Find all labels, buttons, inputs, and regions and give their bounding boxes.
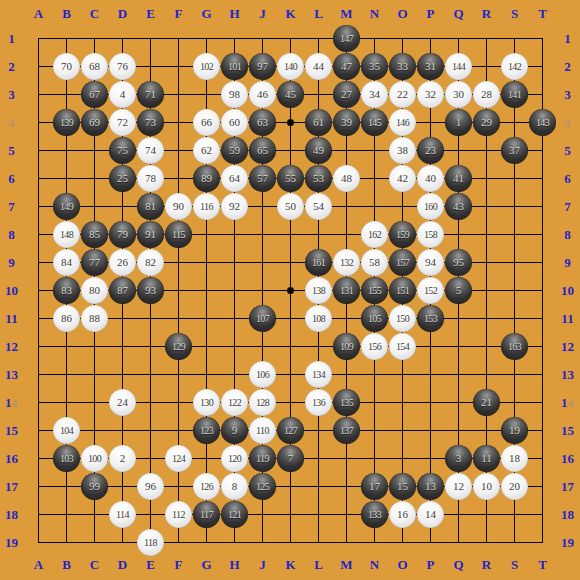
stone-black-19-S15: 19: [501, 417, 528, 444]
col-label-top-P: P: [421, 7, 441, 21]
stone-white-32-P3: 32: [417, 81, 444, 108]
stone-black-45-K3: 45: [277, 81, 304, 108]
stone-black-83-B10: 83: [53, 277, 80, 304]
row-label-right-9: 9: [556, 256, 579, 270]
stone-black-157-O9: 157: [389, 249, 416, 276]
stone-white-48-M6: 48: [333, 165, 360, 192]
stone-white-126-G17: 126: [193, 473, 220, 500]
stone-white-68-C2: 68: [81, 53, 108, 80]
row-label-left-3: 3: [0, 88, 23, 102]
stone-white-22-O3: 22: [389, 81, 416, 108]
row-label-left-9: 9: [0, 256, 23, 270]
col-label-bottom-S: S: [505, 558, 525, 572]
col-label-top-C: C: [85, 7, 105, 21]
col-label-bottom-Q: Q: [449, 558, 469, 572]
col-label-bottom-O: O: [393, 558, 413, 572]
stone-white-112-F18: 112: [165, 501, 192, 528]
stone-black-67-C3: 67: [81, 81, 108, 108]
stone-black-91-E8: 91: [137, 221, 164, 248]
stone-black-65-J5: 65: [249, 137, 276, 164]
stone-black-15-O17: 15: [389, 473, 416, 500]
row-label-left-15: 15: [0, 424, 23, 438]
row-label-left-10: 10: [0, 284, 23, 298]
stone-black-107-J11: 107: [249, 305, 276, 332]
stone-white-136-L14: 136: [305, 389, 332, 416]
stone-black-23-P5: 23: [417, 137, 444, 164]
row-label-right-18: 18: [556, 508, 579, 522]
col-label-bottom-D: D: [113, 558, 133, 572]
stone-black-121-H18: 121: [221, 501, 248, 528]
row-label-right-15: 15: [556, 424, 579, 438]
stone-black-25-D6: 25: [109, 165, 136, 192]
stone-white-138-L10: 138: [305, 277, 332, 304]
row-label-right-14: 14: [556, 396, 579, 410]
stone-white-34-N3: 34: [361, 81, 388, 108]
row-label-left-19: 19: [0, 536, 23, 550]
col-label-bottom-A: A: [29, 558, 49, 572]
stone-black-159-O8: 159: [389, 221, 416, 248]
go-kifu-diagram: AABBCCDDEEFFGGHHJJKKLLMMNNOOPPQQRRSSTT11…: [0, 0, 580, 580]
stone-white-156-N12: 156: [361, 333, 388, 360]
row-label-right-7: 7: [556, 200, 579, 214]
stone-white-146-O4: 146: [389, 109, 416, 136]
stone-black-77-C9: 77: [81, 249, 108, 276]
stone-black-9-H15: 9: [221, 417, 248, 444]
col-label-top-E: E: [141, 7, 161, 21]
stone-white-38-O5: 38: [389, 137, 416, 164]
stone-black-17-N17: 17: [361, 473, 388, 500]
stone-white-142-S2: 142: [501, 53, 528, 80]
row-label-left-7: 7: [0, 200, 23, 214]
stone-white-132-M9: 132: [333, 249, 360, 276]
stone-white-58-N9: 58: [361, 249, 388, 276]
stone-black-101-H2: 101: [221, 53, 248, 80]
stone-black-3-Q16: 3: [445, 445, 472, 472]
stone-black-79-D8: 79: [109, 221, 136, 248]
stone-white-14-P18: 14: [417, 501, 444, 528]
stone-white-160-P7: 160: [417, 193, 444, 220]
stone-white-84-B9: 84: [53, 249, 80, 276]
grid-line-horizontal: [38, 542, 543, 543]
stone-black-149-B7: 149: [53, 193, 80, 220]
stone-black-71-E3: 71: [137, 81, 164, 108]
stone-white-10-R17: 10: [473, 473, 500, 500]
stone-black-115-F8: 115: [165, 221, 192, 248]
row-label-right-13: 13: [556, 368, 579, 382]
stone-black-55-K6: 55: [277, 165, 304, 192]
stone-white-104-B15: 104: [53, 417, 80, 444]
stone-white-30-Q3: 30: [445, 81, 472, 108]
row-label-left-6: 6: [0, 172, 23, 186]
stone-black-59-H5: 59: [221, 137, 248, 164]
stone-white-106-J13: 106: [249, 361, 276, 388]
stone-black-89-G6: 89: [193, 165, 220, 192]
row-label-left-11: 11: [0, 312, 23, 326]
stone-white-92-H7: 92: [221, 193, 248, 220]
stone-black-131-M10: 131: [333, 277, 360, 304]
stone-black-95-Q9: 95: [445, 249, 472, 276]
col-label-bottom-T: T: [533, 558, 553, 572]
stone-white-90-F7: 90: [165, 193, 192, 220]
stone-white-108-L11: 108: [305, 305, 332, 332]
stone-black-99-C17: 99: [81, 473, 108, 500]
stone-black-137-M15: 137: [333, 417, 360, 444]
grid-line-horizontal: [38, 346, 543, 347]
stone-white-62-G5: 62: [193, 137, 220, 164]
stone-white-44-L2: 44: [305, 53, 332, 80]
col-label-top-N: N: [365, 7, 385, 21]
stone-white-118-E19: 118: [137, 529, 164, 556]
row-label-right-8: 8: [556, 228, 579, 242]
col-label-top-D: D: [113, 7, 133, 21]
stone-white-54-L7: 54: [305, 193, 332, 220]
stone-black-97-J2: 97: [249, 53, 276, 80]
stone-white-148-B8: 148: [53, 221, 80, 248]
col-label-top-S: S: [505, 7, 525, 21]
stone-black-27-M3: 27: [333, 81, 360, 108]
stone-white-144-Q2: 144: [445, 53, 472, 80]
row-label-right-6: 6: [556, 172, 579, 186]
stone-white-72-D4: 72: [109, 109, 136, 136]
col-label-bottom-M: M: [337, 558, 357, 572]
stone-black-43-Q7: 43: [445, 193, 472, 220]
row-label-right-2: 2: [556, 60, 579, 74]
col-label-bottom-K: K: [281, 558, 301, 572]
stone-white-134-L13: 134: [305, 361, 332, 388]
stone-white-110-J15: 110: [249, 417, 276, 444]
stone-black-163-S12: 163: [501, 333, 528, 360]
stone-white-2-D16: 2: [109, 445, 136, 472]
stone-white-150-O11: 150: [389, 305, 416, 332]
col-label-top-B: B: [57, 7, 77, 21]
row-label-left-14: 14: [0, 396, 23, 410]
col-label-top-R: R: [477, 7, 497, 21]
stone-white-82-E9: 82: [137, 249, 164, 276]
stone-white-120-H16: 120: [221, 445, 248, 472]
col-label-bottom-F: F: [169, 558, 189, 572]
stone-black-155-N10: 155: [361, 277, 388, 304]
stone-black-73-E4: 73: [137, 109, 164, 136]
col-label-top-H: H: [225, 7, 245, 21]
stone-white-124-F16: 124: [165, 445, 192, 472]
stone-white-24-D14: 24: [109, 389, 136, 416]
stone-white-20-S17: 20: [501, 473, 528, 500]
col-label-bottom-L: L: [309, 558, 329, 572]
stone-black-35-N2: 35: [361, 53, 388, 80]
stone-black-53-L6: 53: [305, 165, 332, 192]
stone-white-16-O18: 16: [389, 501, 416, 528]
row-label-left-16: 16: [0, 452, 23, 466]
stone-black-49-L5: 49: [305, 137, 332, 164]
stone-black-33-O2: 33: [389, 53, 416, 80]
row-label-left-5: 5: [0, 144, 23, 158]
stone-white-88-C11: 88: [81, 305, 108, 332]
stone-black-147-M1: 147: [333, 25, 360, 52]
stone-black-1-Q4: 1: [445, 109, 472, 136]
stone-black-5-Q10: 5: [445, 277, 472, 304]
stone-black-29-R4: 29: [473, 109, 500, 136]
star-point-K4: [287, 119, 294, 126]
col-label-bottom-R: R: [477, 558, 497, 572]
stone-black-103-B16: 103: [53, 445, 80, 472]
stone-white-60-H4: 60: [221, 109, 248, 136]
stone-white-42-O6: 42: [389, 165, 416, 192]
stone-white-102-G2: 102: [193, 53, 220, 80]
col-label-bottom-P: P: [421, 558, 441, 572]
col-label-bottom-C: C: [85, 558, 105, 572]
stone-white-96-E17: 96: [137, 473, 164, 500]
row-label-right-17: 17: [556, 480, 579, 494]
stone-black-41-Q6: 41: [445, 165, 472, 192]
stone-black-135-M14: 135: [333, 389, 360, 416]
stone-white-154-O12: 154: [389, 333, 416, 360]
stone-white-86-B11: 86: [53, 305, 80, 332]
stone-black-75-D5: 75: [109, 137, 136, 164]
stone-white-70-B2: 70: [53, 53, 80, 80]
stone-white-122-H14: 122: [221, 389, 248, 416]
stone-white-128-J14: 128: [249, 389, 276, 416]
stone-black-105-N11: 105: [361, 305, 388, 332]
stone-black-93-E10: 93: [137, 277, 164, 304]
col-label-top-O: O: [393, 7, 413, 21]
row-label-left-4: 4: [0, 116, 23, 130]
row-label-right-1: 1: [556, 32, 579, 46]
stone-white-98-H3: 98: [221, 81, 248, 108]
row-label-left-17: 17: [0, 480, 23, 494]
stone-white-66-G4: 66: [193, 109, 220, 136]
stone-white-94-P9: 94: [417, 249, 444, 276]
col-label-top-L: L: [309, 7, 329, 21]
stone-black-61-L4: 61: [305, 109, 332, 136]
row-label-left-18: 18: [0, 508, 23, 522]
stone-black-119-J16: 119: [249, 445, 276, 472]
stone-white-80-C10: 80: [81, 277, 108, 304]
col-label-top-F: F: [169, 7, 189, 21]
stone-black-133-N18: 133: [361, 501, 388, 528]
stone-black-69-C4: 69: [81, 109, 108, 136]
stone-black-127-K15: 127: [277, 417, 304, 444]
stone-black-141-S3: 141: [501, 81, 528, 108]
col-label-bottom-N: N: [365, 558, 385, 572]
row-label-right-4: 4: [556, 116, 579, 130]
row-label-right-19: 19: [556, 536, 579, 550]
stone-black-81-E7: 81: [137, 193, 164, 220]
stone-black-125-J17: 125: [249, 473, 276, 500]
col-label-top-J: J: [253, 7, 273, 21]
stone-black-31-P2: 31: [417, 53, 444, 80]
stone-white-78-E6: 78: [137, 165, 164, 192]
col-label-bottom-E: E: [141, 558, 161, 572]
col-label-top-Q: Q: [449, 7, 469, 21]
stone-black-145-N4: 145: [361, 109, 388, 136]
col-label-bottom-J: J: [253, 558, 273, 572]
stone-black-143-T4: 143: [529, 109, 556, 136]
col-label-bottom-H: H: [225, 558, 245, 572]
stone-black-85-C8: 85: [81, 221, 108, 248]
stone-white-100-C16: 100: [81, 445, 108, 472]
stone-black-47-M2: 47: [333, 53, 360, 80]
col-label-bottom-G: G: [197, 558, 217, 572]
stone-black-11-R16: 11: [473, 445, 500, 472]
stone-black-39-M4: 39: [333, 109, 360, 136]
stone-white-40-P6: 40: [417, 165, 444, 192]
stone-black-87-D10: 87: [109, 277, 136, 304]
star-point-K10: [287, 287, 294, 294]
stone-black-13-P17: 13: [417, 473, 444, 500]
stone-white-140-K2: 140: [277, 53, 304, 80]
stone-white-50-K7: 50: [277, 193, 304, 220]
row-label-right-11: 11: [556, 312, 579, 326]
stone-black-109-M12: 109: [333, 333, 360, 360]
col-label-top-K: K: [281, 7, 301, 21]
row-label-right-12: 12: [556, 340, 579, 354]
row-label-left-8: 8: [0, 228, 23, 242]
stone-white-74-E5: 74: [137, 137, 164, 164]
stone-white-162-N8: 162: [361, 221, 388, 248]
stone-black-151-O10: 151: [389, 277, 416, 304]
row-label-right-16: 16: [556, 452, 579, 466]
stone-white-116-G7: 116: [193, 193, 220, 220]
col-label-top-T: T: [533, 7, 553, 21]
row-label-right-3: 3: [556, 88, 579, 102]
row-label-left-1: 1: [0, 32, 23, 46]
stone-white-130-G14: 130: [193, 389, 220, 416]
stone-white-114-D18: 114: [109, 501, 136, 528]
row-label-left-12: 12: [0, 340, 23, 354]
stone-white-26-D9: 26: [109, 249, 136, 276]
stone-black-129-F12: 129: [165, 333, 192, 360]
col-label-top-G: G: [197, 7, 217, 21]
stone-black-63-J4: 63: [249, 109, 276, 136]
row-label-left-13: 13: [0, 368, 23, 382]
row-label-left-2: 2: [0, 60, 23, 74]
stone-black-37-S5: 37: [501, 137, 528, 164]
stone-white-64-H6: 64: [221, 165, 248, 192]
stone-black-153-P11: 153: [417, 305, 444, 332]
stone-white-4-D3: 4: [109, 81, 136, 108]
stone-white-46-J3: 46: [249, 81, 276, 108]
stone-white-12-Q17: 12: [445, 473, 472, 500]
col-label-bottom-B: B: [57, 558, 77, 572]
stone-black-123-G15: 123: [193, 417, 220, 444]
stone-white-158-P8: 158: [417, 221, 444, 248]
grid-line-horizontal: [38, 374, 543, 375]
stone-white-76-D2: 76: [109, 53, 136, 80]
stone-white-28-R3: 28: [473, 81, 500, 108]
row-label-right-5: 5: [556, 144, 579, 158]
stone-black-161-L9: 161: [305, 249, 332, 276]
stone-black-57-J6: 57: [249, 165, 276, 192]
col-label-top-A: A: [29, 7, 49, 21]
row-label-right-10: 10: [556, 284, 579, 298]
stone-white-8-H17: 8: [221, 473, 248, 500]
stone-black-7-K16: 7: [277, 445, 304, 472]
grid-line-horizontal: [38, 318, 543, 319]
stone-white-18-S16: 18: [501, 445, 528, 472]
col-label-top-M: M: [337, 7, 357, 21]
stone-white-152-P10: 152: [417, 277, 444, 304]
stone-black-139-B4: 139: [53, 109, 80, 136]
stone-black-117-G18: 117: [193, 501, 220, 528]
stone-black-21-R14: 21: [473, 389, 500, 416]
